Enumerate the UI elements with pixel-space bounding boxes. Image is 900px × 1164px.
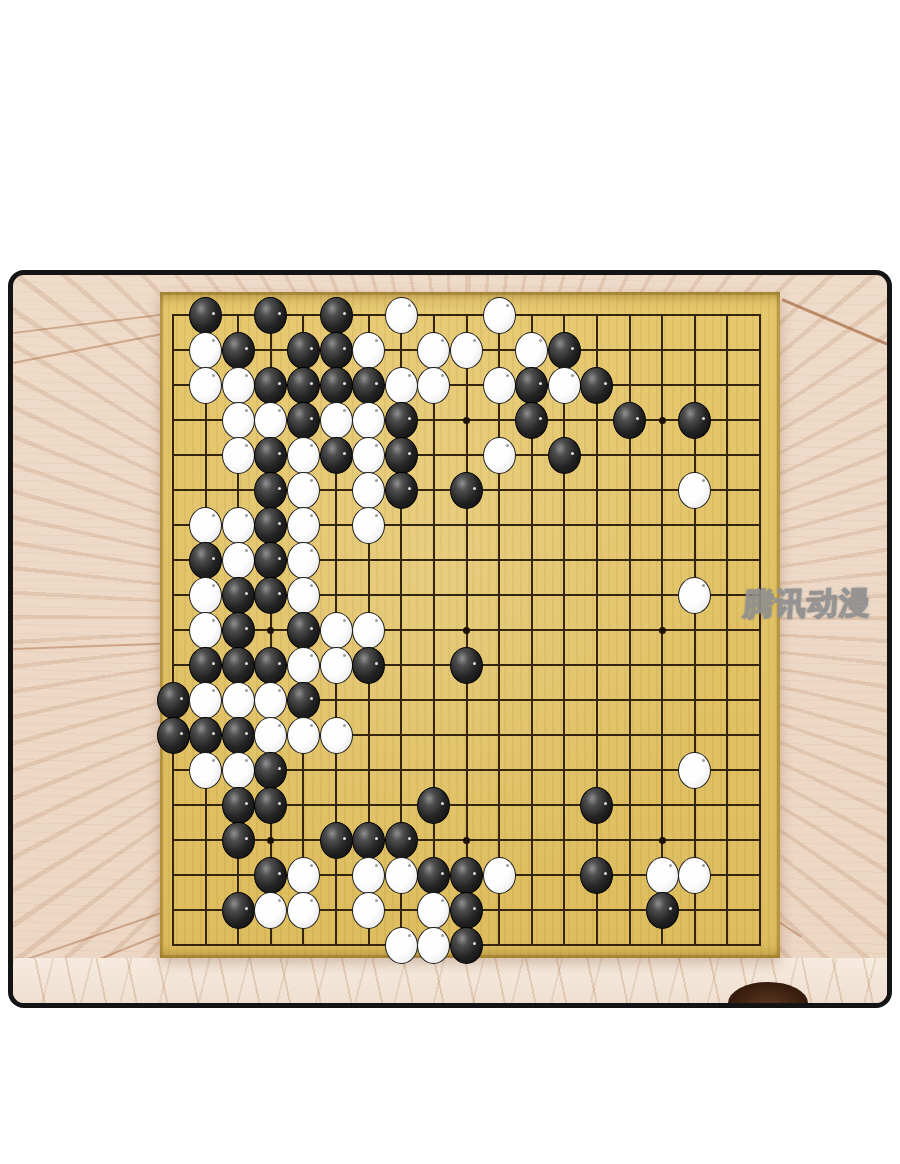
stone-black [222,647,255,684]
stone-black [222,892,255,929]
stone-white [287,542,320,579]
stone-black [254,577,287,614]
stone-white [678,857,711,894]
stone-white [222,507,255,544]
stone-white [352,332,385,369]
stone-black [450,857,483,894]
stone-black [189,717,222,754]
stone-black [450,647,483,684]
stone-white [483,297,516,334]
stone-white [189,752,222,789]
stone-black [320,367,353,404]
star-point [659,627,666,634]
stone-black [222,612,255,649]
stone-white [450,332,483,369]
stone-white [483,857,516,894]
stone-black [287,367,320,404]
stone-black [450,927,483,964]
stone-white [189,577,222,614]
stone-white [189,367,222,404]
stone-white [222,402,255,439]
stone-white [287,647,320,684]
wood-grain-accent [781,298,888,346]
stone-white [678,472,711,509]
stone-white [222,752,255,789]
stone-black [515,367,548,404]
stone-white [352,472,385,509]
watermark-text: 腾讯动漫 [741,582,872,626]
stone-white [287,577,320,614]
grid-line [596,314,598,946]
stone-white [254,682,287,719]
wood-grain-accent [13,330,180,364]
stone-white [417,332,450,369]
stone-white [483,437,516,474]
stone-black [613,402,646,439]
star-point [659,837,666,844]
page: 腾讯动漫 [0,0,900,1164]
stone-black [254,367,287,404]
stone-black [580,367,613,404]
stone-black [254,542,287,579]
stone-white [254,402,287,439]
stone-black [254,297,287,334]
stone-black [254,507,287,544]
stone-white [385,297,418,334]
stone-white [320,717,353,754]
stone-white [222,437,255,474]
stone-black [254,437,287,474]
stone-black [254,647,287,684]
stone-white [646,857,679,894]
stone-black [352,367,385,404]
stone-black [320,437,353,474]
stone-white [254,892,287,929]
stone-black [678,402,711,439]
stone-black [385,822,418,859]
stone-white [385,367,418,404]
stone-white [287,507,320,544]
grid-line [498,314,500,946]
stone-black [450,892,483,929]
stone-black [189,297,222,334]
stone-black [417,787,450,824]
stone-black [287,612,320,649]
stone-white [287,472,320,509]
stone-black [287,402,320,439]
stone-white [189,682,222,719]
go-board [160,292,780,958]
stone-white [678,752,711,789]
grid-line [726,314,728,946]
stone-black [254,472,287,509]
stone-white [678,577,711,614]
stone-black [320,332,353,369]
stone-black [548,332,581,369]
stone-white [222,542,255,579]
star-point [463,627,470,634]
stone-black [287,682,320,719]
stone-black [157,717,190,754]
stone-black [254,752,287,789]
stone-white [515,332,548,369]
star-point [267,837,274,844]
stone-white [287,892,320,929]
stone-white [287,857,320,894]
stone-black [287,332,320,369]
stone-white [417,892,450,929]
star-point [659,417,666,424]
stone-black [385,472,418,509]
stone-white [287,717,320,754]
stone-white [352,437,385,474]
stone-white [483,367,516,404]
star-point [463,417,470,424]
stone-black [222,787,255,824]
wood-grain-accent [13,643,161,650]
stone-black [385,402,418,439]
stone-white [385,927,418,964]
stone-white [287,437,320,474]
stone-white [352,892,385,929]
stone-black [320,822,353,859]
stone-white [320,612,353,649]
stone-white [189,507,222,544]
stone-black [385,437,418,474]
stone-white [352,612,385,649]
stone-white [352,507,385,544]
stone-black [254,787,287,824]
stone-black [222,332,255,369]
stone-black [222,717,255,754]
stone-white [352,857,385,894]
stone-black [320,297,353,334]
stone-white [417,367,450,404]
stone-black [646,892,679,929]
stone-white [254,717,287,754]
stone-black [222,577,255,614]
stone-white [320,402,353,439]
stone-black [254,857,287,894]
stone-black [157,682,190,719]
stone-white [352,402,385,439]
stone-white [189,332,222,369]
stone-black [580,787,613,824]
grid-line [563,314,565,946]
stone-white [548,367,581,404]
stone-black [417,857,450,894]
star-point [463,837,470,844]
stone-white [189,612,222,649]
stone-black [352,822,385,859]
star-point [267,627,274,634]
grid-line [759,314,761,946]
stone-black [189,542,222,579]
stone-black [548,437,581,474]
stone-white [417,927,450,964]
stone-black [450,472,483,509]
stone-white [222,682,255,719]
board-grid [173,315,760,945]
stone-white [222,367,255,404]
stone-black [222,822,255,859]
stone-black [580,857,613,894]
stone-white [385,857,418,894]
stone-black [515,402,548,439]
manga-panel: 腾讯动漫 [8,270,892,1008]
stone-black [352,647,385,684]
stone-white [320,647,353,684]
stone-black [189,647,222,684]
